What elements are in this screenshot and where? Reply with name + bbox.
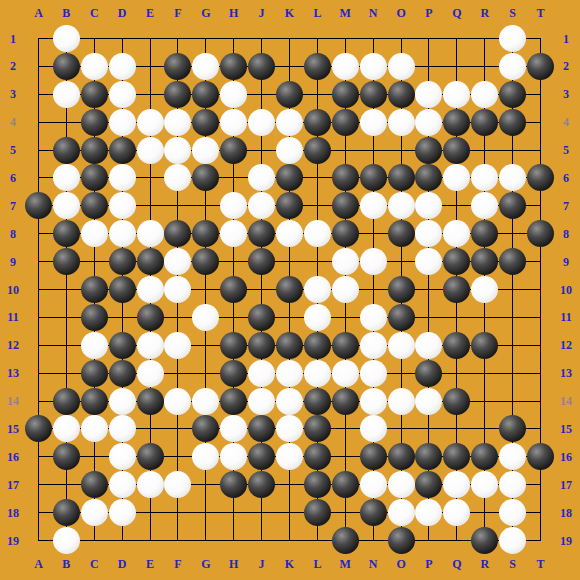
column-label-bottom: K bbox=[285, 557, 294, 572]
white-stone[interactable] bbox=[360, 471, 387, 498]
white-stone[interactable] bbox=[471, 276, 498, 303]
white-stone[interactable] bbox=[192, 137, 219, 164]
white-stone[interactable] bbox=[81, 415, 108, 442]
white-stone[interactable] bbox=[276, 220, 303, 247]
black-stone[interactable] bbox=[443, 443, 470, 470]
white-stone[interactable] bbox=[360, 53, 387, 80]
black-stone[interactable] bbox=[332, 81, 359, 108]
black-stone[interactable] bbox=[415, 471, 442, 498]
white-stone[interactable] bbox=[248, 192, 275, 219]
row-label-right: 2 bbox=[563, 59, 569, 74]
row-label-left: 1 bbox=[10, 31, 16, 46]
black-stone[interactable] bbox=[471, 220, 498, 247]
column-label-bottom: R bbox=[480, 557, 489, 572]
black-stone[interactable] bbox=[443, 388, 470, 415]
black-stone[interactable] bbox=[360, 81, 387, 108]
white-stone[interactable] bbox=[415, 220, 442, 247]
row-label-left: 4 bbox=[10, 115, 16, 130]
white-stone[interactable] bbox=[332, 360, 359, 387]
black-stone[interactable] bbox=[220, 53, 247, 80]
column-label-bottom: D bbox=[118, 557, 127, 572]
white-stone[interactable] bbox=[499, 164, 526, 191]
white-stone[interactable] bbox=[164, 137, 191, 164]
black-stone[interactable] bbox=[81, 304, 108, 331]
row-label-right: 9 bbox=[563, 254, 569, 269]
white-stone[interactable] bbox=[471, 164, 498, 191]
white-stone[interactable] bbox=[109, 164, 136, 191]
black-stone[interactable] bbox=[53, 137, 80, 164]
black-stone[interactable] bbox=[25, 415, 52, 442]
row-label-left: 2 bbox=[10, 59, 16, 74]
column-label-bottom: C bbox=[90, 557, 99, 572]
white-stone[interactable] bbox=[415, 81, 442, 108]
black-stone[interactable] bbox=[137, 388, 164, 415]
white-stone[interactable] bbox=[360, 332, 387, 359]
row-label-right: 8 bbox=[563, 226, 569, 241]
white-stone[interactable] bbox=[220, 192, 247, 219]
column-label-bottom: L bbox=[313, 557, 321, 572]
white-stone[interactable] bbox=[81, 53, 108, 80]
white-stone[interactable] bbox=[276, 137, 303, 164]
row-label-left: 19 bbox=[7, 533, 19, 548]
black-stone[interactable] bbox=[304, 415, 331, 442]
white-stone[interactable] bbox=[304, 304, 331, 331]
row-label-left: 18 bbox=[7, 505, 19, 520]
white-stone[interactable] bbox=[53, 81, 80, 108]
white-stone[interactable] bbox=[499, 471, 526, 498]
black-stone[interactable] bbox=[360, 443, 387, 470]
white-stone[interactable] bbox=[220, 220, 247, 247]
black-stone[interactable] bbox=[304, 443, 331, 470]
white-stone[interactable] bbox=[109, 415, 136, 442]
column-label-top: P bbox=[425, 6, 432, 21]
white-stone[interactable] bbox=[164, 109, 191, 136]
black-stone[interactable] bbox=[81, 471, 108, 498]
row-label-right: 13 bbox=[560, 366, 572, 381]
black-stone[interactable] bbox=[415, 443, 442, 470]
white-stone[interactable] bbox=[137, 332, 164, 359]
white-stone[interactable] bbox=[248, 164, 275, 191]
column-label-bottom: M bbox=[340, 557, 351, 572]
white-stone[interactable] bbox=[81, 332, 108, 359]
white-stone[interactable] bbox=[388, 53, 415, 80]
white-stone[interactable] bbox=[388, 471, 415, 498]
row-label-left: 5 bbox=[10, 143, 16, 158]
black-stone[interactable] bbox=[192, 415, 219, 442]
black-stone[interactable] bbox=[248, 471, 275, 498]
column-label-bottom: O bbox=[396, 557, 405, 572]
black-stone[interactable] bbox=[527, 220, 554, 247]
black-stone[interactable] bbox=[304, 499, 331, 526]
black-stone[interactable] bbox=[388, 220, 415, 247]
white-stone[interactable] bbox=[137, 137, 164, 164]
white-stone[interactable] bbox=[276, 415, 303, 442]
column-label-top: R bbox=[480, 6, 489, 21]
white-stone[interactable] bbox=[164, 164, 191, 191]
row-label-right: 19 bbox=[560, 533, 572, 548]
black-stone[interactable] bbox=[471, 332, 498, 359]
white-stone[interactable] bbox=[137, 220, 164, 247]
black-stone[interactable] bbox=[81, 164, 108, 191]
row-label-left: 8 bbox=[10, 226, 16, 241]
white-stone[interactable] bbox=[276, 109, 303, 136]
black-stone[interactable] bbox=[332, 164, 359, 191]
row-label-left: 16 bbox=[7, 449, 19, 464]
white-stone[interactable] bbox=[443, 471, 470, 498]
row-label-left: 14 bbox=[7, 394, 19, 409]
white-stone[interactable] bbox=[388, 499, 415, 526]
white-stone[interactable] bbox=[360, 109, 387, 136]
black-stone[interactable] bbox=[332, 388, 359, 415]
white-stone[interactable] bbox=[332, 53, 359, 80]
black-stone[interactable] bbox=[81, 388, 108, 415]
white-stone[interactable] bbox=[109, 109, 136, 136]
black-stone[interactable] bbox=[304, 332, 331, 359]
column-label-bottom: A bbox=[34, 557, 43, 572]
white-stone[interactable] bbox=[81, 220, 108, 247]
black-stone[interactable] bbox=[332, 220, 359, 247]
row-label-right: 4 bbox=[563, 115, 569, 130]
white-stone[interactable] bbox=[360, 192, 387, 219]
column-label-top: B bbox=[62, 6, 70, 21]
white-stone[interactable] bbox=[81, 499, 108, 526]
white-stone[interactable] bbox=[137, 360, 164, 387]
black-stone[interactable] bbox=[81, 192, 108, 219]
white-stone[interactable] bbox=[164, 388, 191, 415]
black-stone[interactable] bbox=[360, 164, 387, 191]
black-stone[interactable] bbox=[192, 220, 219, 247]
black-stone[interactable] bbox=[443, 109, 470, 136]
white-stone[interactable] bbox=[192, 388, 219, 415]
black-stone[interactable] bbox=[53, 53, 80, 80]
black-stone[interactable] bbox=[109, 248, 136, 275]
black-stone[interactable] bbox=[276, 81, 303, 108]
row-label-right: 3 bbox=[563, 87, 569, 102]
column-label-bottom: T bbox=[537, 557, 545, 572]
column-label-top: M bbox=[340, 6, 351, 21]
black-stone[interactable] bbox=[81, 81, 108, 108]
row-label-right: 1 bbox=[563, 31, 569, 46]
black-stone[interactable] bbox=[248, 304, 275, 331]
row-label-right: 14 bbox=[560, 394, 572, 409]
column-label-bottom: G bbox=[201, 557, 210, 572]
row-label-left: 15 bbox=[7, 421, 19, 436]
row-label-right: 6 bbox=[563, 170, 569, 185]
white-stone[interactable] bbox=[499, 53, 526, 80]
black-stone[interactable] bbox=[137, 304, 164, 331]
column-label-top: F bbox=[174, 6, 181, 21]
black-stone[interactable] bbox=[53, 388, 80, 415]
white-stone[interactable] bbox=[276, 443, 303, 470]
black-stone[interactable] bbox=[248, 220, 275, 247]
row-label-right: 7 bbox=[563, 198, 569, 213]
row-label-left: 11 bbox=[7, 310, 18, 325]
column-label-top: L bbox=[313, 6, 321, 21]
black-stone[interactable] bbox=[388, 276, 415, 303]
white-stone[interactable] bbox=[192, 443, 219, 470]
column-label-bottom: P bbox=[425, 557, 432, 572]
black-stone[interactable] bbox=[415, 137, 442, 164]
white-stone[interactable] bbox=[304, 360, 331, 387]
white-stone[interactable] bbox=[443, 81, 470, 108]
row-label-left: 7 bbox=[10, 198, 16, 213]
black-stone[interactable] bbox=[443, 276, 470, 303]
black-stone[interactable] bbox=[276, 276, 303, 303]
black-stone[interactable] bbox=[388, 164, 415, 191]
black-stone[interactable] bbox=[360, 499, 387, 526]
black-stone[interactable] bbox=[499, 248, 526, 275]
column-label-top: K bbox=[285, 6, 294, 21]
black-stone[interactable] bbox=[220, 137, 247, 164]
white-stone[interactable] bbox=[192, 304, 219, 331]
white-stone[interactable] bbox=[137, 471, 164, 498]
black-stone[interactable] bbox=[81, 360, 108, 387]
white-stone[interactable] bbox=[443, 499, 470, 526]
black-stone[interactable] bbox=[304, 471, 331, 498]
column-label-top: C bbox=[90, 6, 99, 21]
black-stone[interactable] bbox=[192, 248, 219, 275]
black-stone[interactable] bbox=[527, 164, 554, 191]
black-stone[interactable] bbox=[332, 332, 359, 359]
black-stone[interactable] bbox=[220, 360, 247, 387]
white-stone[interactable] bbox=[137, 276, 164, 303]
row-label-left: 6 bbox=[10, 170, 16, 185]
row-label-left: 3 bbox=[10, 87, 16, 102]
white-stone[interactable] bbox=[220, 109, 247, 136]
black-stone[interactable] bbox=[192, 81, 219, 108]
black-stone[interactable] bbox=[499, 109, 526, 136]
white-stone[interactable] bbox=[164, 471, 191, 498]
black-stone[interactable] bbox=[164, 53, 191, 80]
black-stone[interactable] bbox=[164, 220, 191, 247]
white-stone[interactable] bbox=[248, 109, 275, 136]
white-stone[interactable] bbox=[304, 220, 331, 247]
black-stone[interactable] bbox=[220, 471, 247, 498]
white-stone[interactable] bbox=[109, 53, 136, 80]
white-stone[interactable] bbox=[53, 192, 80, 219]
black-stone[interactable] bbox=[109, 276, 136, 303]
white-stone[interactable] bbox=[471, 81, 498, 108]
black-stone[interactable] bbox=[304, 109, 331, 136]
white-stone[interactable] bbox=[220, 443, 247, 470]
black-stone[interactable] bbox=[388, 527, 415, 554]
row-label-right: 15 bbox=[560, 421, 572, 436]
grid-line-horizontal bbox=[38, 317, 541, 318]
row-label-right: 16 bbox=[560, 449, 572, 464]
white-stone[interactable] bbox=[332, 248, 359, 275]
white-stone[interactable] bbox=[415, 192, 442, 219]
black-stone[interactable] bbox=[137, 248, 164, 275]
black-stone[interactable] bbox=[164, 81, 191, 108]
white-stone[interactable] bbox=[360, 304, 387, 331]
white-stone[interactable] bbox=[164, 332, 191, 359]
black-stone[interactable] bbox=[415, 164, 442, 191]
white-stone[interactable] bbox=[53, 25, 80, 52]
black-stone[interactable] bbox=[220, 388, 247, 415]
black-stone[interactable] bbox=[109, 360, 136, 387]
black-stone[interactable] bbox=[332, 109, 359, 136]
column-label-top: N bbox=[369, 6, 378, 21]
black-stone[interactable] bbox=[25, 192, 52, 219]
white-stone[interactable] bbox=[248, 388, 275, 415]
white-stone[interactable] bbox=[499, 527, 526, 554]
column-label-bottom: J bbox=[259, 557, 265, 572]
white-stone[interactable] bbox=[360, 248, 387, 275]
black-stone[interactable] bbox=[499, 192, 526, 219]
black-stone[interactable] bbox=[304, 388, 331, 415]
black-stone[interactable] bbox=[192, 109, 219, 136]
black-stone[interactable] bbox=[388, 304, 415, 331]
black-stone[interactable] bbox=[415, 360, 442, 387]
white-stone[interactable] bbox=[109, 81, 136, 108]
black-stone[interactable] bbox=[81, 276, 108, 303]
white-stone[interactable] bbox=[53, 527, 80, 554]
black-stone[interactable] bbox=[53, 248, 80, 275]
white-stone[interactable] bbox=[109, 499, 136, 526]
white-stone[interactable] bbox=[471, 192, 498, 219]
white-stone[interactable] bbox=[53, 164, 80, 191]
black-stone[interactable] bbox=[276, 332, 303, 359]
black-stone[interactable] bbox=[443, 137, 470, 164]
white-stone[interactable] bbox=[388, 109, 415, 136]
black-stone[interactable] bbox=[471, 109, 498, 136]
white-stone[interactable] bbox=[388, 388, 415, 415]
black-stone[interactable] bbox=[527, 53, 554, 80]
column-label-top: G bbox=[201, 6, 210, 21]
white-stone[interactable] bbox=[388, 332, 415, 359]
row-label-right: 17 bbox=[560, 477, 572, 492]
black-stone[interactable] bbox=[471, 443, 498, 470]
black-stone[interactable] bbox=[276, 192, 303, 219]
black-stone[interactable] bbox=[332, 527, 359, 554]
column-label-bottom: S bbox=[509, 557, 516, 572]
white-stone[interactable] bbox=[499, 443, 526, 470]
row-label-left: 13 bbox=[7, 366, 19, 381]
column-label-top: T bbox=[537, 6, 545, 21]
row-label-left: 17 bbox=[7, 477, 19, 492]
white-stone[interactable] bbox=[164, 276, 191, 303]
go-board[interactable]: AA11BB22CC33DD44EE55FF66GG77HH88JJ99KK10… bbox=[0, 0, 580, 580]
column-label-bottom: H bbox=[229, 557, 238, 572]
white-stone[interactable] bbox=[360, 388, 387, 415]
column-label-top: E bbox=[146, 6, 154, 21]
black-stone[interactable] bbox=[109, 137, 136, 164]
white-stone[interactable] bbox=[415, 499, 442, 526]
black-stone[interactable] bbox=[332, 471, 359, 498]
black-stone[interactable] bbox=[53, 499, 80, 526]
black-stone[interactable] bbox=[527, 443, 554, 470]
column-label-bottom: N bbox=[369, 557, 378, 572]
white-stone[interactable] bbox=[332, 276, 359, 303]
white-stone[interactable] bbox=[443, 164, 470, 191]
white-stone[interactable] bbox=[109, 388, 136, 415]
black-stone[interactable] bbox=[276, 164, 303, 191]
white-stone[interactable] bbox=[192, 53, 219, 80]
white-stone[interactable] bbox=[53, 415, 80, 442]
white-stone[interactable] bbox=[499, 499, 526, 526]
black-stone[interactable] bbox=[192, 164, 219, 191]
black-stone[interactable] bbox=[248, 443, 275, 470]
black-stone[interactable] bbox=[443, 332, 470, 359]
white-stone[interactable] bbox=[443, 220, 470, 247]
grid-line-horizontal bbox=[38, 540, 541, 541]
row-label-right: 11 bbox=[560, 310, 571, 325]
column-label-top: J bbox=[259, 6, 265, 21]
white-stone[interactable] bbox=[220, 81, 247, 108]
white-stone[interactable] bbox=[415, 388, 442, 415]
black-stone[interactable] bbox=[332, 192, 359, 219]
black-stone[interactable] bbox=[53, 220, 80, 247]
black-stone[interactable] bbox=[443, 248, 470, 275]
column-label-top: O bbox=[396, 6, 405, 21]
black-stone[interactable] bbox=[109, 332, 136, 359]
white-stone[interactable] bbox=[276, 360, 303, 387]
black-stone[interactable] bbox=[248, 332, 275, 359]
white-stone[interactable] bbox=[276, 388, 303, 415]
black-stone[interactable] bbox=[471, 527, 498, 554]
black-stone[interactable] bbox=[53, 443, 80, 470]
black-stone[interactable] bbox=[499, 81, 526, 108]
column-label-top: S bbox=[509, 6, 516, 21]
row-label-left: 12 bbox=[7, 338, 19, 353]
black-stone[interactable] bbox=[81, 109, 108, 136]
white-stone[interactable] bbox=[109, 443, 136, 470]
column-label-top: D bbox=[118, 6, 127, 21]
black-stone[interactable] bbox=[81, 137, 108, 164]
white-stone[interactable] bbox=[248, 360, 275, 387]
row-label-right: 18 bbox=[560, 505, 572, 520]
white-stone[interactable] bbox=[109, 220, 136, 247]
row-label-left: 10 bbox=[7, 282, 19, 297]
white-stone[interactable] bbox=[415, 332, 442, 359]
black-stone[interactable] bbox=[304, 137, 331, 164]
black-stone[interactable] bbox=[471, 248, 498, 275]
black-stone[interactable] bbox=[388, 81, 415, 108]
white-stone[interactable] bbox=[164, 248, 191, 275]
white-stone[interactable] bbox=[220, 415, 247, 442]
black-stone[interactable] bbox=[248, 53, 275, 80]
black-stone[interactable] bbox=[248, 248, 275, 275]
white-stone[interactable] bbox=[471, 471, 498, 498]
white-stone[interactable] bbox=[109, 471, 136, 498]
black-stone[interactable] bbox=[220, 276, 247, 303]
black-stone[interactable] bbox=[248, 415, 275, 442]
white-stone[interactable] bbox=[499, 25, 526, 52]
column-label-bottom: E bbox=[146, 557, 154, 572]
column-label-bottom: Q bbox=[452, 557, 461, 572]
white-stone[interactable] bbox=[109, 192, 136, 219]
white-stone[interactable] bbox=[360, 360, 387, 387]
row-label-left: 9 bbox=[10, 254, 16, 269]
white-stone[interactable] bbox=[388, 192, 415, 219]
row-label-right: 12 bbox=[560, 338, 572, 353]
black-stone[interactable] bbox=[388, 443, 415, 470]
white-stone[interactable] bbox=[304, 276, 331, 303]
white-stone[interactable] bbox=[415, 109, 442, 136]
row-label-right: 5 bbox=[563, 143, 569, 158]
column-label-bottom: F bbox=[174, 557, 181, 572]
column-label-bottom: B bbox=[62, 557, 70, 572]
white-stone[interactable] bbox=[360, 415, 387, 442]
white-stone[interactable] bbox=[137, 109, 164, 136]
column-label-top: Q bbox=[452, 6, 461, 21]
black-stone[interactable] bbox=[137, 443, 164, 470]
black-stone[interactable] bbox=[220, 332, 247, 359]
black-stone[interactable] bbox=[499, 415, 526, 442]
black-stone[interactable] bbox=[304, 53, 331, 80]
column-label-top: A bbox=[34, 6, 43, 21]
white-stone[interactable] bbox=[415, 248, 442, 275]
